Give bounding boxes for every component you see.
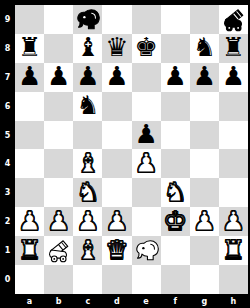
square-f9[interactable]	[161, 5, 190, 34]
rank-label-7: 7	[0, 63, 15, 92]
square-h8[interactable]: ♜	[219, 34, 248, 63]
square-c8[interactable]: ♝	[73, 34, 102, 63]
black-rook-icon[interactable]: ♜	[18, 34, 41, 60]
square-e5[interactable]: ♟	[132, 121, 161, 150]
square-c2[interactable]: ♟	[73, 207, 102, 236]
square-c3[interactable]: ♞	[73, 178, 102, 207]
square-h5[interactable]	[219, 121, 248, 150]
black-pawn-icon[interactable]: ♟	[193, 63, 216, 89]
square-h4[interactable]	[219, 149, 248, 178]
white-pawn-icon[interactable]: ♟	[76, 208, 99, 234]
square-a5[interactable]	[15, 121, 44, 150]
square-c5[interactable]	[73, 121, 102, 150]
square-a7[interactable]: ♟	[15, 63, 44, 92]
square-d7[interactable]: ♟	[102, 63, 131, 92]
rank-label-9: 9	[0, 5, 15, 34]
square-a1[interactable]: ♜	[15, 236, 44, 265]
square-f7[interactable]: ♟	[161, 63, 190, 92]
square-h6[interactable]	[219, 92, 248, 121]
square-g8[interactable]: ♞	[190, 34, 219, 63]
square-a2[interactable]: ♟	[15, 207, 44, 236]
white-queen-icon[interactable]: ♛	[105, 237, 128, 263]
rank-label-6: 6	[0, 92, 15, 121]
black-bishop-icon[interactable]: ♝	[76, 34, 99, 60]
file-label-d: d	[102, 294, 131, 308]
square-f5[interactable]	[161, 121, 190, 150]
board-frame: 9876543210 ♜♝♛♚♞♜♟♟♟♟♟♟♟♞♟♝♟♞♞♟♟♟♟♚♟♟♜ ♝…	[0, 0, 250, 308]
square-e4[interactable]: ♟	[132, 149, 161, 178]
square-f2[interactable]: ♚	[161, 207, 190, 236]
rank-label-0: 0	[0, 265, 15, 294]
white-pawn-icon[interactable]: ♟	[105, 208, 128, 234]
board: ♜♝♛♚♞♜♟♟♟♟♟♟♟♞♟♝♟♞♞♟♟♟♟♚♟♟♜ ♝♛ ♜	[15, 5, 248, 294]
square-f3[interactable]: ♞	[161, 178, 190, 207]
black-pawn-icon[interactable]: ♟	[76, 63, 99, 89]
black-pawn-icon[interactable]: ♟	[222, 63, 245, 89]
square-d5[interactable]	[102, 121, 131, 150]
black-rook-icon[interactable]: ♜	[222, 34, 245, 60]
white-rook-icon[interactable]: ♜	[222, 237, 245, 263]
square-g2[interactable]: ♟	[190, 207, 219, 236]
black-pawn-icon[interactable]: ♟	[164, 63, 187, 89]
square-h9[interactable]	[219, 5, 248, 34]
rank-label-2: 2	[0, 207, 15, 236]
square-g3[interactable]	[190, 178, 219, 207]
black-king-icon[interactable]: ♚	[134, 34, 157, 60]
rank-label-5: 5	[0, 121, 15, 150]
square-h0[interactable]	[219, 265, 248, 294]
square-e8[interactable]: ♚	[132, 34, 161, 63]
square-g4[interactable]	[190, 149, 219, 178]
square-g9[interactable]	[190, 5, 219, 34]
square-a6[interactable]	[15, 92, 44, 121]
square-a9[interactable]	[15, 5, 44, 34]
square-b7[interactable]: ♟	[44, 63, 73, 92]
square-b5[interactable]	[44, 121, 73, 150]
file-label-f: f	[161, 294, 190, 308]
file-label-a: a	[15, 294, 44, 308]
square-d8[interactable]: ♛	[102, 34, 131, 63]
square-e6[interactable]	[132, 92, 161, 121]
black-knight-icon[interactable]: ♞	[76, 92, 99, 118]
square-d0[interactable]	[102, 265, 131, 294]
file-label-g: g	[190, 294, 219, 308]
square-a3[interactable]	[15, 178, 44, 207]
square-e2[interactable]	[132, 207, 161, 236]
black-queen-icon[interactable]: ♛	[105, 34, 128, 60]
black-knight-icon[interactable]: ♞	[193, 34, 216, 60]
file-labels: abcdefgh	[15, 294, 248, 308]
square-a0[interactable]	[15, 265, 44, 294]
square-c0[interactable]	[73, 265, 102, 294]
square-b4[interactable]	[44, 149, 73, 178]
square-e1[interactable]	[132, 236, 161, 265]
square-e9[interactable]	[132, 5, 161, 34]
file-label-c: c	[73, 294, 102, 308]
black-pawn-icon[interactable]: ♟	[47, 63, 70, 89]
white-rook-icon[interactable]: ♜	[18, 237, 41, 263]
white-pawn-icon[interactable]: ♟	[134, 150, 157, 176]
white-bishop-icon[interactable]: ♝	[76, 237, 99, 263]
square-g5[interactable]	[190, 121, 219, 150]
square-d6[interactable]	[102, 92, 131, 121]
square-b6[interactable]	[44, 92, 73, 121]
black-pawn-icon[interactable]: ♟	[18, 63, 41, 89]
square-b2[interactable]: ♟	[44, 207, 73, 236]
square-d9[interactable]	[102, 5, 131, 34]
square-h2[interactable]: ♟	[219, 207, 248, 236]
black-pawn-icon[interactable]: ♟	[134, 121, 157, 147]
square-g6[interactable]	[190, 92, 219, 121]
file-label-b: b	[44, 294, 73, 308]
square-b3[interactable]	[44, 178, 73, 207]
square-d3[interactable]	[102, 178, 131, 207]
square-c6[interactable]: ♞	[73, 92, 102, 121]
square-d4[interactable]	[102, 149, 131, 178]
white-knight-icon[interactable]: ♞	[164, 179, 187, 205]
rank-label-1: 1	[0, 236, 15, 265]
square-c4[interactable]: ♝	[73, 149, 102, 178]
square-d2[interactable]: ♟	[102, 207, 131, 236]
rank-label-8: 8	[0, 34, 15, 63]
square-a8[interactable]: ♜	[15, 34, 44, 63]
square-a4[interactable]	[15, 149, 44, 178]
square-f4[interactable]	[161, 149, 190, 178]
square-c7[interactable]: ♟	[73, 63, 102, 92]
square-b8[interactable]	[44, 34, 73, 63]
square-f6[interactable]	[161, 92, 190, 121]
square-g1[interactable]	[190, 236, 219, 265]
square-h7[interactable]: ♟	[219, 63, 248, 92]
rank-label-3: 3	[0, 178, 15, 207]
square-f8[interactable]	[161, 34, 190, 63]
white-pawn-icon[interactable]: ♟	[47, 208, 70, 234]
square-c1[interactable]: ♝	[73, 236, 102, 265]
square-g0[interactable]	[190, 265, 219, 294]
square-b9[interactable]	[44, 5, 73, 34]
white-cannon-icon[interactable]	[45, 237, 72, 264]
square-e3[interactable]	[132, 178, 161, 207]
white-pawn-icon[interactable]: ♟	[222, 208, 245, 234]
white-elephant-icon[interactable]	[133, 237, 160, 264]
square-b1[interactable]	[44, 236, 73, 265]
black-pawn-icon[interactable]: ♟	[105, 63, 128, 89]
rank-label-4: 4	[0, 149, 15, 178]
file-label-e: e	[132, 294, 161, 308]
white-pawn-icon[interactable]: ♟	[193, 208, 216, 234]
square-h1[interactable]: ♜	[219, 236, 248, 265]
square-d1[interactable]: ♛	[102, 236, 131, 265]
square-e0[interactable]	[132, 265, 161, 294]
square-g7[interactable]: ♟	[190, 63, 219, 92]
white-knight-icon[interactable]: ♞	[76, 179, 99, 205]
square-h3[interactable]	[219, 178, 248, 207]
file-label-h: h	[219, 294, 248, 308]
square-b0[interactable]	[44, 265, 73, 294]
black-cannon-icon[interactable]	[220, 6, 247, 33]
white-king-icon[interactable]: ♚	[164, 208, 187, 234]
white-pawn-icon[interactable]: ♟	[18, 208, 41, 234]
square-f1[interactable]	[161, 236, 190, 265]
rank-labels: 9876543210	[0, 5, 15, 294]
white-bishop-icon[interactable]: ♝	[76, 150, 99, 176]
square-c9[interactable]	[73, 5, 102, 34]
black-elephant-icon[interactable]	[74, 6, 101, 33]
square-f0[interactable]	[161, 265, 190, 294]
square-e7[interactable]	[132, 63, 161, 92]
